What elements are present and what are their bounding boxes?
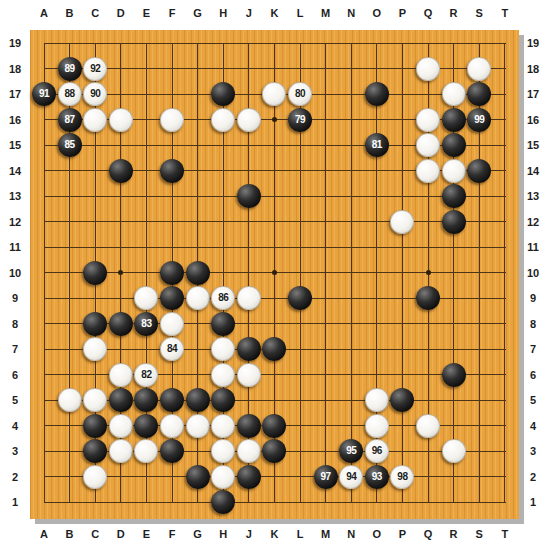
coordinate-label-bottom: Q [424, 528, 433, 540]
coordinate-label-right: 14 [527, 165, 539, 177]
white-stone-P2: 98 [390, 465, 414, 489]
coordinate-label-top: A [40, 7, 48, 19]
grid-line-horizontal [44, 502, 506, 503]
coordinate-label-left: 10 [9, 267, 21, 279]
black-stone-B16: 87 [58, 108, 82, 132]
coordinate-label-top: C [91, 7, 99, 19]
white-stone-F4 [160, 414, 184, 438]
white-stone-D6 [109, 363, 133, 387]
grid-line-vertical [351, 43, 352, 503]
white-stone-H7 [211, 337, 235, 361]
white-stone-C2 [83, 465, 107, 489]
white-stone-C5 [83, 388, 107, 412]
move-number-label: 84 [167, 344, 177, 354]
white-stone-O4 [365, 414, 389, 438]
coordinate-label-bottom: K [270, 528, 278, 540]
coordinate-label-top: F [169, 7, 176, 19]
coordinate-label-bottom: R [450, 528, 458, 540]
move-number-label: 79 [295, 115, 305, 125]
black-stone-G5 [186, 388, 210, 412]
white-stone-H6 [211, 363, 235, 387]
coordinate-label-left: 3 [12, 445, 18, 457]
coordinate-label-top: T [501, 7, 508, 19]
black-stone-F9 [160, 286, 184, 310]
coordinate-label-bottom: T [501, 528, 508, 540]
go-board-diagram: 8992918890808779998581868384829596979493… [0, 0, 550, 550]
coordinate-label-left: 9 [12, 292, 18, 304]
coordinate-label-left: 5 [12, 394, 18, 406]
black-stone-F10 [160, 261, 184, 285]
star-point [118, 270, 123, 275]
coordinate-label-bottom: E [143, 528, 150, 540]
black-stone-S16: 99 [467, 108, 491, 132]
move-number-label: 88 [65, 89, 75, 99]
coordinate-label-left: 2 [12, 471, 18, 483]
white-stone-B5 [58, 388, 82, 412]
white-stone-H9: 86 [211, 286, 235, 310]
coordinate-label-right: 7 [530, 343, 536, 355]
black-stone-K7 [262, 337, 286, 361]
coordinate-label-top: S [476, 7, 483, 19]
white-stone-D4 [109, 414, 133, 438]
black-stone-J7 [237, 337, 261, 361]
coordinate-label-left: 11 [9, 241, 21, 253]
white-stone-Q18 [416, 57, 440, 81]
grid-line-horizontal [44, 196, 506, 197]
white-stone-H16 [211, 108, 235, 132]
black-stone-H17 [211, 82, 235, 106]
move-number-label: 81 [372, 140, 382, 150]
coordinate-label-right: 17 [527, 88, 539, 100]
coordinate-label-right: 16 [527, 114, 539, 126]
move-number-label: 97 [321, 472, 331, 482]
coordinate-label-bottom: L [297, 528, 304, 540]
white-stone-E3 [134, 439, 158, 463]
coordinate-label-top: K [270, 7, 278, 19]
coordinate-label-top: P [399, 7, 406, 19]
coordinate-label-left: 19 [9, 37, 21, 49]
move-number-label: 93 [372, 472, 382, 482]
black-stone-N3: 95 [339, 439, 363, 463]
coordinate-label-bottom: F [169, 528, 176, 540]
coordinate-label-left: 1 [12, 496, 18, 508]
black-stone-D8 [109, 312, 133, 336]
go-board: 8992918890808779998581868384829596979493… [30, 30, 519, 519]
coordinate-label-bottom: H [219, 528, 227, 540]
black-stone-M2: 97 [314, 465, 338, 489]
white-stone-P12 [390, 210, 414, 234]
coordinate-label-bottom: N [347, 528, 355, 540]
white-stone-F7: 84 [160, 337, 184, 361]
star-point [272, 270, 277, 275]
coordinate-label-top: L [297, 7, 304, 19]
white-stone-C17: 90 [83, 82, 107, 106]
white-stone-Q16 [416, 108, 440, 132]
coordinate-label-right: 4 [530, 420, 536, 432]
white-stone-Q4 [416, 414, 440, 438]
white-stone-C18: 92 [83, 57, 107, 81]
black-stone-R15 [442, 133, 466, 157]
move-number-label: 80 [295, 89, 305, 99]
coordinate-label-top: Q [424, 7, 433, 19]
move-number-label: 96 [372, 446, 382, 456]
move-number-label: 82 [141, 370, 151, 380]
coordinate-label-right: 19 [527, 37, 539, 49]
coordinate-label-right: 8 [530, 318, 536, 330]
coordinate-label-bottom: M [321, 528, 330, 540]
white-stone-F8 [160, 312, 184, 336]
white-stone-F16 [160, 108, 184, 132]
black-stone-O17 [365, 82, 389, 106]
grid-line-horizontal [44, 476, 506, 477]
star-point [426, 270, 431, 275]
coordinate-label-right: 1 [530, 496, 536, 508]
coordinate-label-top: B [66, 7, 74, 19]
white-stone-L17: 80 [288, 82, 312, 106]
black-stone-H8 [211, 312, 235, 336]
coordinate-label-bottom: S [476, 528, 483, 540]
black-stone-J13 [237, 184, 261, 208]
grid-line-horizontal [44, 247, 506, 248]
white-stone-J9 [237, 286, 261, 310]
grid-line-horizontal [44, 43, 506, 44]
coordinate-label-left: 13 [9, 190, 21, 202]
white-stone-O3: 96 [365, 439, 389, 463]
coordinate-label-bottom: B [66, 528, 74, 540]
move-number-label: 95 [346, 446, 356, 456]
black-stone-R13 [442, 184, 466, 208]
coordinate-label-right: 10 [527, 267, 539, 279]
coordinate-label-right: 11 [527, 241, 539, 253]
coordinate-label-bottom: A [40, 528, 48, 540]
coordinate-label-left: 8 [12, 318, 18, 330]
coordinate-label-top: J [246, 7, 252, 19]
white-stone-O5 [365, 388, 389, 412]
white-stone-J6 [237, 363, 261, 387]
coordinate-label-left: 7 [12, 343, 18, 355]
black-stone-C4 [83, 414, 107, 438]
black-stone-S14 [467, 159, 491, 183]
coordinate-label-bottom: P [399, 528, 406, 540]
coordinate-label-top: R [450, 7, 458, 19]
black-stone-J2 [237, 465, 261, 489]
coordinate-label-left: 6 [12, 369, 18, 381]
black-stone-C3 [83, 439, 107, 463]
black-stone-R6 [442, 363, 466, 387]
move-number-label: 83 [141, 319, 151, 329]
black-stone-L16: 79 [288, 108, 312, 132]
coordinate-label-bottom: G [193, 528, 202, 540]
black-stone-A17: 91 [32, 82, 56, 106]
black-stone-L9 [288, 286, 312, 310]
black-stone-C8 [83, 312, 107, 336]
move-number-label: 89 [65, 64, 75, 74]
grid-line-horizontal [44, 221, 506, 222]
white-stone-D16 [109, 108, 133, 132]
coordinate-label-right: 12 [527, 216, 539, 228]
coordinate-label-left: 14 [9, 165, 21, 177]
coordinate-label-top: H [219, 7, 227, 19]
white-stone-R14 [442, 159, 466, 183]
black-stone-S17 [467, 82, 491, 106]
coordinate-label-right: 3 [530, 445, 536, 457]
white-stone-H4 [211, 414, 235, 438]
coordinate-label-top: M [321, 7, 330, 19]
white-stone-S18 [467, 57, 491, 81]
white-stone-G9 [186, 286, 210, 310]
coordinate-label-right: 9 [530, 292, 536, 304]
coordinate-label-bottom: J [246, 528, 252, 540]
coordinate-label-right: 5 [530, 394, 536, 406]
white-stone-E9 [134, 286, 158, 310]
white-stone-Q14 [416, 159, 440, 183]
coordinate-label-left: 15 [9, 139, 21, 151]
black-stone-F3 [160, 439, 184, 463]
coordinate-label-bottom: O [373, 528, 382, 540]
black-stone-Q9 [416, 286, 440, 310]
black-stone-B15: 85 [58, 133, 82, 157]
coordinate-label-right: 18 [527, 63, 539, 75]
white-stone-R17 [442, 82, 466, 106]
black-stone-E8: 83 [134, 312, 158, 336]
coordinate-label-left: 16 [9, 114, 21, 126]
coordinate-label-left: 17 [9, 88, 21, 100]
white-stone-H2 [211, 465, 235, 489]
black-stone-D14 [109, 159, 133, 183]
black-stone-H1 [211, 490, 235, 514]
grid-line-vertical [325, 43, 326, 503]
grid-line-vertical [44, 43, 45, 503]
black-stone-H5 [211, 388, 235, 412]
coordinate-label-right: 15 [527, 139, 539, 151]
white-stone-J3 [237, 439, 261, 463]
white-stone-E6: 82 [134, 363, 158, 387]
coordinate-label-left: 4 [12, 420, 18, 432]
black-stone-K3 [262, 439, 286, 463]
move-number-label: 86 [218, 293, 228, 303]
black-stone-C10 [83, 261, 107, 285]
coordinate-label-bottom: C [91, 528, 99, 540]
black-stone-E5 [134, 388, 158, 412]
move-number-label: 94 [346, 472, 356, 482]
white-stone-J16 [237, 108, 261, 132]
white-stone-N2: 94 [339, 465, 363, 489]
black-stone-E4 [134, 414, 158, 438]
coordinate-label-right: 2 [530, 471, 536, 483]
white-stone-H3 [211, 439, 235, 463]
black-stone-R16 [442, 108, 466, 132]
black-stone-F14 [160, 159, 184, 183]
white-stone-D3 [109, 439, 133, 463]
coordinate-label-top: E [143, 7, 150, 19]
black-stone-G2 [186, 465, 210, 489]
black-stone-K4 [262, 414, 286, 438]
coordinate-label-top: O [373, 7, 382, 19]
black-stone-F5 [160, 388, 184, 412]
move-number-label: 98 [397, 472, 407, 482]
black-stone-D5 [109, 388, 133, 412]
coordinate-label-bottom: D [117, 528, 125, 540]
black-stone-O15: 81 [365, 133, 389, 157]
grid-line-vertical [402, 43, 403, 503]
coordinate-label-left: 18 [9, 63, 21, 75]
star-point [272, 117, 277, 122]
black-stone-B18: 89 [58, 57, 82, 81]
white-stone-Q15 [416, 133, 440, 157]
white-stone-C7 [83, 337, 107, 361]
black-stone-R12 [442, 210, 466, 234]
black-stone-G10 [186, 261, 210, 285]
coordinate-label-right: 6 [530, 369, 536, 381]
white-stone-R3 [442, 439, 466, 463]
black-stone-O2: 93 [365, 465, 389, 489]
move-number-label: 85 [65, 140, 75, 150]
move-number-label: 90 [90, 89, 100, 99]
move-number-label: 92 [90, 64, 100, 74]
move-number-label: 99 [474, 115, 484, 125]
move-number-label: 87 [65, 115, 75, 125]
black-stone-J4 [237, 414, 261, 438]
black-stone-P5 [390, 388, 414, 412]
white-stone-K17 [262, 82, 286, 106]
move-number-label: 91 [39, 89, 49, 99]
grid-line-vertical [504, 43, 505, 503]
white-stone-C16 [83, 108, 107, 132]
white-stone-G4 [186, 414, 210, 438]
coordinate-label-top: N [347, 7, 355, 19]
coordinate-label-top: G [193, 7, 202, 19]
white-stone-B17: 88 [58, 82, 82, 106]
coordinate-label-right: 13 [527, 190, 539, 202]
coordinate-label-left: 12 [9, 216, 21, 228]
coordinate-label-top: D [117, 7, 125, 19]
